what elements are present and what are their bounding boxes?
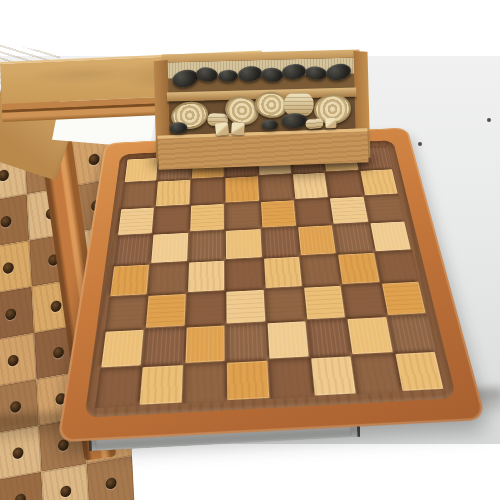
board-square	[185, 291, 225, 327]
dark-piece	[237, 65, 263, 83]
board-square	[261, 226, 300, 257]
dark-piece	[171, 67, 200, 90]
board-square	[333, 223, 374, 254]
dark-piece	[304, 66, 327, 81]
board-square	[148, 261, 188, 295]
peg-hole	[60, 485, 71, 498]
peg-hole	[5, 307, 16, 320]
board-square	[188, 260, 225, 292]
board-square	[142, 327, 185, 366]
board-square	[364, 194, 405, 223]
peg-hole	[0, 169, 9, 182]
board-square	[395, 352, 443, 391]
board-square	[264, 287, 306, 323]
dark-piece	[195, 66, 218, 82]
board-square	[294, 198, 333, 227]
board-square	[264, 256, 302, 288]
photo-stage	[0, 0, 500, 500]
wood-block	[215, 122, 229, 135]
peg-hole	[50, 299, 61, 312]
peg-hole	[9, 400, 20, 413]
wood-block	[231, 122, 245, 135]
board-square	[268, 357, 314, 399]
board-square	[226, 323, 268, 362]
board-square	[226, 290, 264, 324]
board-square	[153, 205, 190, 234]
board-grid	[95, 145, 445, 408]
board-square	[342, 283, 387, 319]
dark-piece	[218, 70, 238, 83]
board-square	[95, 366, 142, 408]
board-square	[338, 252, 379, 283]
board-square	[360, 170, 397, 195]
dark-piece	[281, 63, 306, 80]
dark-piece	[325, 62, 353, 83]
board-square	[300, 254, 342, 287]
board-square	[146, 294, 185, 328]
board-square	[225, 177, 258, 203]
peg-hole	[14, 493, 25, 500]
board-square	[190, 178, 225, 205]
board-square	[225, 201, 261, 230]
board-square	[110, 264, 149, 296]
dark-piece	[261, 67, 284, 82]
board-square	[298, 225, 336, 254]
board-square	[261, 200, 296, 227]
pieces-box	[154, 49, 371, 171]
wood-block	[325, 118, 336, 128]
board-square	[348, 317, 393, 353]
board-square	[311, 356, 356, 396]
board-square	[258, 174, 294, 201]
peg-hole	[105, 477, 116, 490]
board-square	[182, 361, 226, 403]
peg-hole	[52, 346, 63, 359]
board-square	[306, 318, 352, 357]
board-square	[325, 171, 363, 198]
board-square	[188, 230, 225, 261]
board-square	[190, 204, 224, 232]
board-square	[382, 282, 426, 316]
board-square	[225, 258, 264, 291]
box-pieces-layer	[166, 58, 358, 139]
board-square	[374, 250, 419, 283]
peg-hole	[2, 261, 13, 274]
board-square	[370, 222, 411, 251]
dark-piece	[169, 122, 187, 133]
board-square	[156, 180, 190, 206]
board-square	[227, 360, 269, 400]
box-interior	[166, 58, 358, 139]
board-square	[113, 234, 153, 265]
backdrop-speck	[418, 142, 422, 146]
dark-piece	[281, 113, 307, 129]
board-square	[118, 207, 154, 235]
peg-board-square	[87, 456, 135, 500]
board-square	[101, 330, 144, 367]
board-field	[84, 140, 456, 418]
board-square	[293, 173, 328, 199]
board-square	[226, 229, 262, 258]
board-square	[120, 181, 157, 208]
peg-hole	[0, 215, 11, 228]
board-square	[352, 353, 401, 395]
board-square	[267, 322, 308, 359]
board-square	[185, 326, 225, 363]
backdrop-speck	[487, 118, 491, 122]
board-square	[152, 233, 188, 263]
board-square	[330, 197, 368, 224]
dark-piece	[261, 120, 278, 130]
board-square	[140, 365, 183, 405]
peg-hole	[7, 354, 18, 367]
peg-hole	[88, 153, 99, 166]
board-square	[105, 295, 148, 331]
board-square	[387, 314, 436, 352]
board-square	[304, 286, 345, 320]
light-piece	[305, 118, 324, 129]
